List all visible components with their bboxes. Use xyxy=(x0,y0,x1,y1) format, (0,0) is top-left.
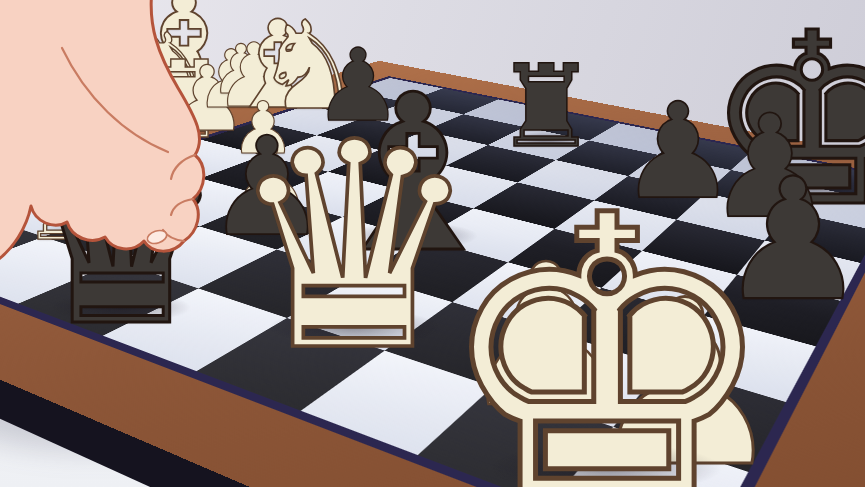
hand xyxy=(0,0,260,300)
white-king-g1[interactable]: ♚ xyxy=(434,166,781,487)
hand-outline xyxy=(0,0,204,264)
